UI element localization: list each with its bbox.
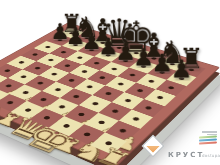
diamond-logo-icon (142, 135, 165, 158)
black-knight: ♞ (74, 13, 100, 42)
black-rook: ♜ (179, 45, 204, 73)
black-rook: ♜ (60, 11, 82, 36)
watermark-note-text: dostupare (202, 153, 220, 158)
black-bishop: ♝ (88, 15, 117, 47)
rainbow-logo-textline (202, 131, 217, 133)
diamond-logo-triangle (146, 139, 160, 153)
black-bishop: ♝ (139, 29, 169, 63)
watermark-brand-text: КРУСТ (168, 151, 204, 159)
rainbow-wave-red (199, 141, 217, 144)
white-rook: ♜ (107, 144, 127, 152)
watermark: КРУСТ dostupare (142, 130, 218, 162)
rainbow-logo-icon (197, 130, 217, 145)
black-knight: ♞ (158, 36, 186, 67)
white-pawn: ♟ (121, 131, 141, 139)
product-photo: ♜♞♝♛♚♝♞♜♟♟♟♟♟♟♟♟♟♟♟♟♟♟♟♟♜♞♝♛♚♝♞♜ КРУСТ d… (0, 0, 220, 165)
